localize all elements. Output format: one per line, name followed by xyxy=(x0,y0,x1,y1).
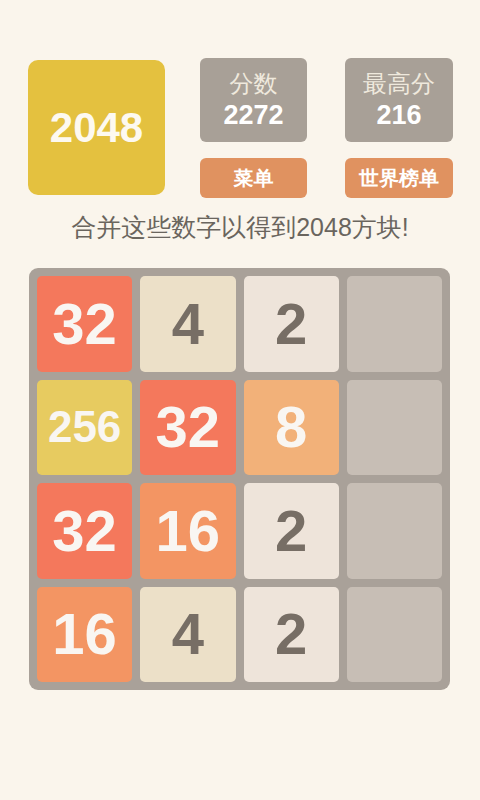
empty-cell xyxy=(347,380,442,476)
logo-tile: 2048 xyxy=(28,60,165,195)
score-label: 分数 xyxy=(230,70,278,98)
empty-cell xyxy=(347,587,442,683)
game-board[interactable]: 3242256328321621642 xyxy=(29,268,450,690)
tile-32: 32 xyxy=(37,483,132,579)
tile-4: 4 xyxy=(140,276,235,372)
menu-button[interactable]: 菜单 xyxy=(200,158,307,198)
tile-8: 8 xyxy=(244,380,339,476)
empty-cell xyxy=(347,483,442,579)
logo-text: 2048 xyxy=(50,104,143,152)
tile-2: 2 xyxy=(244,587,339,683)
empty-cell xyxy=(347,276,442,372)
best-score-box: 最高分 216 xyxy=(345,58,453,142)
best-score-value: 216 xyxy=(376,100,421,130)
tile-16: 16 xyxy=(37,587,132,683)
game-screen: 2048 分数 2272 最高分 216 菜单 世界榜单 合并这些数字以得到20… xyxy=(0,0,480,800)
tile-2: 2 xyxy=(244,276,339,372)
tile-32: 32 xyxy=(140,380,235,476)
tile-16: 16 xyxy=(140,483,235,579)
best-score-label: 最高分 xyxy=(363,70,435,98)
tile-256: 256 xyxy=(37,380,132,476)
tile-32: 32 xyxy=(37,276,132,372)
score-value: 2272 xyxy=(223,100,283,130)
tile-2: 2 xyxy=(244,483,339,579)
leaderboard-button[interactable]: 世界榜单 xyxy=(345,158,453,198)
instruction-text: 合并这些数字以得到2048方块! xyxy=(0,213,480,242)
score-box: 分数 2272 xyxy=(200,58,307,142)
tile-4: 4 xyxy=(140,587,235,683)
